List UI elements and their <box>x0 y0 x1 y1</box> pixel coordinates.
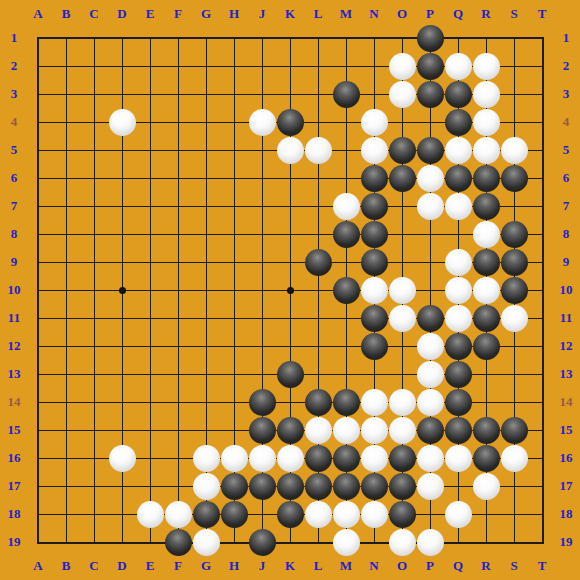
black-stone <box>501 417 528 444</box>
column-label-top: S <box>510 6 517 22</box>
white-stone <box>361 389 388 416</box>
black-stone <box>417 25 444 52</box>
row-label-left: 8 <box>11 226 18 242</box>
row-label-left: 9 <box>11 254 18 270</box>
black-stone <box>473 249 500 276</box>
row-label-right: 14 <box>560 394 573 410</box>
white-stone <box>389 305 416 332</box>
column-label-top: C <box>89 6 98 22</box>
column-label-top: R <box>481 6 490 22</box>
goban[interactable]: AABBCCDDEEFFGGHHJJKKLLMMNNOOPPQQRRSSTT11… <box>0 0 580 580</box>
white-stone <box>445 501 472 528</box>
black-stone <box>249 417 276 444</box>
white-stone <box>445 445 472 472</box>
row-label-left: 3 <box>11 86 18 102</box>
black-stone <box>473 305 500 332</box>
star-point <box>119 287 126 294</box>
row-label-right: 7 <box>563 198 570 214</box>
column-label-top: J <box>259 6 266 22</box>
row-label-right: 1 <box>563 30 570 46</box>
black-stone <box>473 333 500 360</box>
black-stone <box>193 501 220 528</box>
row-label-right: 13 <box>560 366 573 382</box>
black-stone <box>417 53 444 80</box>
column-label-top: K <box>285 6 295 22</box>
black-stone <box>417 81 444 108</box>
column-label-top: H <box>229 6 239 22</box>
white-stone <box>361 417 388 444</box>
black-stone <box>249 473 276 500</box>
black-stone <box>445 333 472 360</box>
black-stone <box>361 221 388 248</box>
row-label-right: 10 <box>560 282 573 298</box>
column-label-top: L <box>314 6 323 22</box>
black-stone <box>501 277 528 304</box>
black-stone <box>473 193 500 220</box>
row-label-right: 5 <box>563 142 570 158</box>
white-stone <box>389 417 416 444</box>
black-stone <box>473 165 500 192</box>
black-stone <box>277 473 304 500</box>
column-label-top: B <box>62 6 71 22</box>
black-stone <box>501 249 528 276</box>
black-stone <box>361 193 388 220</box>
white-stone <box>389 389 416 416</box>
white-stone <box>333 193 360 220</box>
column-label-top: O <box>397 6 407 22</box>
column-label-bottom: S <box>510 558 517 574</box>
column-label-bottom: B <box>62 558 71 574</box>
white-stone <box>417 445 444 472</box>
white-stone <box>249 445 276 472</box>
white-stone <box>473 81 500 108</box>
black-stone <box>417 417 444 444</box>
white-stone <box>445 193 472 220</box>
white-stone <box>417 165 444 192</box>
column-label-bottom: H <box>229 558 239 574</box>
black-stone <box>389 137 416 164</box>
white-stone <box>361 277 388 304</box>
column-label-bottom: N <box>369 558 378 574</box>
black-stone <box>445 361 472 388</box>
black-stone <box>361 165 388 192</box>
white-stone <box>473 221 500 248</box>
black-stone <box>501 221 528 248</box>
black-stone <box>473 417 500 444</box>
white-stone <box>445 277 472 304</box>
white-stone <box>277 445 304 472</box>
column-label-top: N <box>369 6 378 22</box>
row-label-left: 15 <box>8 422 21 438</box>
column-label-bottom: R <box>481 558 490 574</box>
black-stone <box>389 165 416 192</box>
white-stone <box>333 529 360 556</box>
black-stone <box>305 389 332 416</box>
white-stone <box>417 529 444 556</box>
black-stone <box>417 137 444 164</box>
black-stone <box>417 305 444 332</box>
white-stone <box>221 445 248 472</box>
black-stone <box>333 473 360 500</box>
white-stone <box>445 305 472 332</box>
column-label-top: Q <box>453 6 463 22</box>
column-label-bottom: D <box>117 558 126 574</box>
row-label-right: 8 <box>563 226 570 242</box>
white-stone <box>361 109 388 136</box>
black-stone <box>221 473 248 500</box>
black-stone <box>333 81 360 108</box>
white-stone <box>361 445 388 472</box>
column-label-bottom: A <box>33 558 42 574</box>
black-stone <box>501 165 528 192</box>
black-stone <box>277 361 304 388</box>
white-stone <box>501 445 528 472</box>
black-stone <box>445 389 472 416</box>
black-stone <box>361 473 388 500</box>
white-stone <box>473 53 500 80</box>
black-stone <box>473 445 500 472</box>
black-stone <box>445 417 472 444</box>
white-stone <box>277 137 304 164</box>
white-stone <box>445 137 472 164</box>
white-stone <box>361 137 388 164</box>
white-stone <box>473 109 500 136</box>
row-label-left: 13 <box>8 366 21 382</box>
black-stone <box>361 249 388 276</box>
column-label-top: T <box>538 6 547 22</box>
white-stone <box>109 445 136 472</box>
black-stone <box>165 529 192 556</box>
row-label-left: 14 <box>8 394 21 410</box>
column-label-bottom: Q <box>453 558 463 574</box>
white-stone <box>417 361 444 388</box>
white-stone <box>305 501 332 528</box>
black-stone <box>249 529 276 556</box>
column-label-bottom: J <box>259 558 266 574</box>
row-label-left: 5 <box>11 142 18 158</box>
white-stone <box>193 473 220 500</box>
column-label-bottom: C <box>89 558 98 574</box>
white-stone <box>473 277 500 304</box>
column-label-bottom: L <box>314 558 323 574</box>
row-label-left: 12 <box>8 338 21 354</box>
row-label-left: 6 <box>11 170 18 186</box>
white-stone <box>193 529 220 556</box>
white-stone <box>193 445 220 472</box>
white-stone <box>473 473 500 500</box>
white-stone <box>417 473 444 500</box>
black-stone <box>305 249 332 276</box>
column-label-bottom: F <box>174 558 182 574</box>
row-label-left: 4 <box>11 114 18 130</box>
column-label-bottom: M <box>340 558 352 574</box>
white-stone <box>249 109 276 136</box>
row-label-right: 4 <box>563 114 570 130</box>
column-label-bottom: K <box>285 558 295 574</box>
white-stone <box>389 277 416 304</box>
row-label-right: 12 <box>560 338 573 354</box>
white-stone <box>473 137 500 164</box>
black-stone <box>445 81 472 108</box>
white-stone <box>361 501 388 528</box>
row-label-left: 2 <box>11 58 18 74</box>
white-stone <box>109 109 136 136</box>
column-label-top: F <box>174 6 182 22</box>
white-stone <box>137 501 164 528</box>
row-label-left: 10 <box>8 282 21 298</box>
white-stone <box>417 333 444 360</box>
white-stone <box>445 53 472 80</box>
white-stone <box>305 137 332 164</box>
white-stone <box>305 417 332 444</box>
black-stone <box>333 445 360 472</box>
black-stone <box>305 473 332 500</box>
column-label-bottom: G <box>201 558 211 574</box>
star-point <box>287 287 294 294</box>
row-label-right: 6 <box>563 170 570 186</box>
white-stone <box>417 193 444 220</box>
row-label-right: 16 <box>560 450 573 466</box>
white-stone <box>389 81 416 108</box>
white-stone <box>389 53 416 80</box>
column-label-bottom: T <box>538 558 547 574</box>
black-stone <box>221 501 248 528</box>
row-label-right: 17 <box>560 478 573 494</box>
black-stone <box>333 389 360 416</box>
column-label-bottom: O <box>397 558 407 574</box>
row-label-left: 19 <box>8 534 21 550</box>
row-label-left: 7 <box>11 198 18 214</box>
black-stone <box>277 501 304 528</box>
column-label-top: D <box>117 6 126 22</box>
row-label-left: 18 <box>8 506 21 522</box>
black-stone <box>277 417 304 444</box>
column-label-top: A <box>33 6 42 22</box>
row-label-right: 18 <box>560 506 573 522</box>
black-stone <box>277 109 304 136</box>
column-label-top: E <box>146 6 155 22</box>
row-label-left: 11 <box>8 310 20 326</box>
black-stone <box>389 473 416 500</box>
row-label-right: 9 <box>563 254 570 270</box>
white-stone <box>165 501 192 528</box>
white-stone <box>333 501 360 528</box>
row-label-left: 17 <box>8 478 21 494</box>
white-stone <box>501 137 528 164</box>
go-board-app: AABBCCDDEEFFGGHHJJKKLLMMNNOOPPQQRRSSTT11… <box>0 0 580 580</box>
white-stone <box>501 305 528 332</box>
column-label-top: M <box>340 6 352 22</box>
black-stone <box>333 277 360 304</box>
column-label-bottom: E <box>146 558 155 574</box>
row-label-right: 2 <box>563 58 570 74</box>
black-stone <box>361 305 388 332</box>
black-stone <box>305 445 332 472</box>
row-label-right: 15 <box>560 422 573 438</box>
black-stone <box>249 389 276 416</box>
row-label-left: 1 <box>11 30 18 46</box>
row-label-left: 16 <box>8 450 21 466</box>
black-stone <box>389 501 416 528</box>
row-label-right: 19 <box>560 534 573 550</box>
column-label-top: G <box>201 6 211 22</box>
black-stone <box>361 333 388 360</box>
row-label-right: 11 <box>560 310 572 326</box>
white-stone <box>445 249 472 276</box>
black-stone <box>333 221 360 248</box>
white-stone <box>417 389 444 416</box>
black-stone <box>389 445 416 472</box>
column-label-bottom: P <box>426 558 434 574</box>
black-stone <box>445 109 472 136</box>
white-stone <box>333 417 360 444</box>
row-label-right: 3 <box>563 86 570 102</box>
column-label-top: P <box>426 6 434 22</box>
white-stone <box>389 529 416 556</box>
black-stone <box>445 165 472 192</box>
